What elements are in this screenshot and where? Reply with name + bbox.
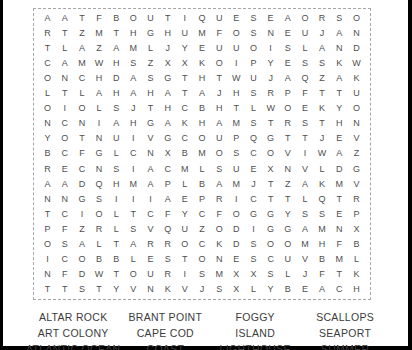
grid-cell: A (159, 116, 176, 131)
grid-cell: W (90, 56, 107, 71)
grid-cell: A (314, 282, 331, 297)
grid-cell: O (211, 146, 228, 161)
grid-cell: H (108, 86, 125, 101)
grid-cell: H (125, 116, 142, 131)
grid-cell: S (211, 282, 228, 297)
word-list-item: FOGGY (210, 309, 300, 325)
grid-cell: C (73, 162, 90, 177)
grid-cell: N (142, 146, 159, 161)
grid-cell: G (90, 146, 107, 161)
grid-cell: Q (159, 222, 176, 237)
grid-cell: G (159, 71, 176, 86)
grid-cell: X (159, 56, 176, 71)
grid-cell: S (245, 11, 262, 26)
grid-cell: T (314, 116, 331, 131)
grid-cell: Y (262, 56, 279, 71)
grid-cell: I (296, 146, 313, 161)
grid-cell: T (159, 11, 176, 26)
grid-cell: A (125, 71, 142, 86)
grid-cell: C (56, 116, 73, 131)
grid-cell: A (331, 26, 348, 41)
grid-cell: N (39, 116, 56, 131)
frame-edge-right (408, 0, 412, 350)
grid-cell: U (211, 11, 228, 26)
grid-cell: Z (279, 177, 296, 192)
grid-cell: B (193, 101, 210, 116)
grid-cell: Z (142, 56, 159, 71)
grid-cell: T (73, 131, 90, 146)
grid-cell: M (73, 56, 90, 71)
grid-cell: O (193, 252, 210, 267)
grid-cell: T (39, 207, 56, 222)
grid-cell: U (142, 11, 159, 26)
grid-cell: T (176, 252, 193, 267)
grid-cell: A (56, 56, 73, 71)
grid-cell: C (245, 192, 262, 207)
grid-cell: S (262, 267, 279, 282)
grid-cell: X (245, 267, 262, 282)
grid-cell: N (39, 267, 56, 282)
grid-cell: J (125, 101, 142, 116)
grid-cell: M (331, 252, 348, 267)
grid-cell: A (211, 177, 228, 192)
grid-cell: M (193, 146, 210, 161)
grid-cell: N (262, 26, 279, 41)
grid-cell: S (228, 146, 245, 161)
grid-cell: M (228, 177, 245, 192)
grid-cell: T (108, 26, 125, 41)
grid-cell: Y (331, 101, 348, 116)
grid-cell: D (331, 162, 348, 177)
grid-cell: G (159, 131, 176, 146)
word-list-item: LIGHTHOUSE (210, 341, 300, 350)
grid-cell: S (125, 56, 142, 71)
grid-cell: I (90, 116, 107, 131)
grid-cell: T (279, 192, 296, 207)
grid-cell: A (159, 86, 176, 101)
grid-cell: N (348, 26, 365, 41)
grid-cell: O (348, 101, 365, 116)
grid-cell: O (39, 71, 56, 86)
grid-cell: K (159, 282, 176, 297)
grid-cell: F (331, 237, 348, 252)
word-list-column: SCALLOPSSEAPORTSUMMER (300, 309, 390, 350)
grid-cell: Q (245, 131, 262, 146)
grid-cell: C (193, 207, 210, 222)
grid-cell: O (228, 207, 245, 222)
word-list-column: ALTAR ROCKART COLONYATLANTIC OCEAN (26, 309, 120, 350)
grid-cell: S (73, 282, 90, 297)
grid-cell: W (90, 267, 107, 282)
grid-cell: S (245, 26, 262, 41)
grid-cell: T (331, 267, 348, 282)
grid-cell: F (211, 207, 228, 222)
grid-cell: X (262, 162, 279, 177)
grid-cell: O (262, 237, 279, 252)
grid-cell: D (228, 237, 245, 252)
grid-cell: S (245, 116, 262, 131)
grid-cell: O (279, 237, 296, 252)
grid-cell: E (331, 131, 348, 146)
grid-cell: X (348, 222, 365, 237)
grid-cell: A (142, 162, 159, 177)
grid-cell: U (279, 252, 296, 267)
grid-cell: E (176, 192, 193, 207)
grid-cell: A (193, 86, 210, 101)
grid-cell: F (159, 207, 176, 222)
grid-cell: T (39, 41, 56, 56)
grid-cell: O (193, 131, 210, 146)
grid-cell: Z (73, 222, 90, 237)
grid-cell: I (39, 252, 56, 267)
grid-cell: G (262, 207, 279, 222)
grid-cell: T (314, 86, 331, 101)
grid-cell: R (142, 237, 159, 252)
grid-cell: A (279, 71, 296, 86)
grid-cell: K (176, 116, 193, 131)
grid-cell: M (125, 177, 142, 192)
grid-cell: V (142, 222, 159, 237)
grid-cell: L (176, 177, 193, 192)
grid-cell: T (108, 267, 125, 282)
grid-cell: R (39, 162, 56, 177)
grid-cell: H (331, 116, 348, 131)
grid-cell: G (73, 192, 90, 207)
grid-cell: T (73, 11, 90, 26)
grid-cell: U (108, 131, 125, 146)
grid-cell: H (159, 101, 176, 116)
grid-cell: O (296, 11, 313, 26)
grid-cell: O (39, 237, 56, 252)
grid-cell: L (39, 86, 56, 101)
grid-cell: S (279, 41, 296, 56)
grid-cell: J (193, 282, 210, 297)
word-list-column: BRANT POINTCAPE CODCOAST (120, 309, 210, 350)
grid-cell: S (245, 86, 262, 101)
grid-cell: V (348, 177, 365, 192)
grid-cell: U (142, 267, 159, 282)
grid-cell: A (331, 71, 348, 86)
grid-cell: L (314, 162, 331, 177)
grid-cell: P (159, 177, 176, 192)
grid-cell: H (90, 71, 107, 86)
grid-cell: A (331, 146, 348, 161)
grid-cell: A (314, 41, 331, 56)
grid-cell: T (331, 86, 348, 101)
word-search-grid: AATFBOUTIQUESEAORSORTZMTHGHUMFOSNEUJANTL… (33, 8, 371, 300)
grid-cell: N (331, 222, 348, 237)
grid-cell: O (125, 267, 142, 282)
grid-cell: D (73, 177, 90, 192)
grid-cell: A (108, 41, 125, 56)
grid-cell: M (176, 162, 193, 177)
grid-cell: P (279, 86, 296, 101)
word-list-item: ART COLONY (26, 325, 120, 341)
grid-cell: A (90, 86, 107, 101)
grid-cell: A (125, 86, 142, 101)
grid-cell: C (125, 146, 142, 161)
grid-cell: H (142, 86, 159, 101)
grid-cell: O (279, 101, 296, 116)
grid-cell: E (331, 207, 348, 222)
grid-cell: K (193, 56, 210, 71)
grid-cell: N (73, 116, 90, 131)
grid-cell: L (193, 162, 210, 177)
grid-cell: S (245, 252, 262, 267)
grid-cell: F (296, 86, 313, 101)
grid-cell: V (142, 131, 159, 146)
grid-cell: J (296, 267, 313, 282)
grid-cell: M (331, 177, 348, 192)
grid-cell: R (159, 267, 176, 282)
grid-cell: H (125, 26, 142, 41)
grid-cell: T (211, 71, 228, 86)
grid-cell: I (176, 11, 193, 26)
grid-cell: A (142, 177, 159, 192)
grid-cell: H (108, 177, 125, 192)
grid-cell: C (331, 282, 348, 297)
grid-cell: S (296, 116, 313, 131)
grid-cell: L (142, 41, 159, 56)
grid-cell: Z (314, 71, 331, 86)
grid-cell: C (245, 146, 262, 161)
grid-cell: E (193, 41, 210, 56)
grid-cell: B (279, 282, 296, 297)
grid-cell: V (296, 252, 313, 267)
grid-cell: O (348, 11, 365, 26)
grid-cell: R (262, 86, 279, 101)
grid-cell: U (176, 26, 193, 41)
grid-cell: O (73, 252, 90, 267)
grid-cell: T (279, 131, 296, 146)
grid-cell: T (296, 131, 313, 146)
grid-cell: J (159, 41, 176, 56)
grid-cell: C (262, 252, 279, 267)
word-list-item: SCALLOPS (300, 309, 390, 325)
grid-cell: Q (90, 177, 107, 192)
grid-cell: S (314, 56, 331, 71)
grid-cell: C (193, 237, 210, 252)
grid-cell: T (125, 207, 142, 222)
grid-cell: S (314, 207, 331, 222)
grid-cell: F (211, 26, 228, 41)
grid-cell: Y (176, 41, 193, 56)
grid-cell: Z (90, 41, 107, 56)
grid-cell: Z (73, 26, 90, 41)
grid-cell: M (211, 267, 228, 282)
grid-cell: L (73, 86, 90, 101)
grid-cell: U (228, 162, 245, 177)
grid-cell: N (56, 71, 73, 86)
grid-cell: T (39, 282, 56, 297)
grid-cell: U (296, 26, 313, 41)
word-search-page: AATFBOUTIQUESEAORSORTZMTHGHUMFOSNEUJANTL… (0, 0, 412, 350)
grid-cell: C (176, 101, 193, 116)
grid-cell: E (279, 56, 296, 71)
grid-cell: A (56, 11, 73, 26)
grid-cell: F (90, 11, 107, 26)
grid-cell: I (56, 101, 73, 116)
grid-cell: R (90, 222, 107, 237)
grid-cell: N (90, 162, 107, 177)
grid-cell: P (348, 207, 365, 222)
grid-cell: D (73, 267, 90, 282)
grid-cell: J (245, 177, 262, 192)
grid-cell: Y (176, 207, 193, 222)
word-list-item: ATLANTIC OCEAN (26, 341, 120, 350)
grid-cell: I (125, 192, 142, 207)
grid-cell: M (193, 26, 210, 41)
grid-cell: L (279, 267, 296, 282)
grid-cell: A (296, 222, 313, 237)
grid-cell: P (193, 192, 210, 207)
grid-cell: D (228, 222, 245, 237)
grid-cell: N (56, 192, 73, 207)
word-list-item: ISLAND (210, 325, 300, 341)
grid-cell: I (73, 207, 90, 222)
grid-cell: L (296, 192, 313, 207)
grid-cell: E (262, 11, 279, 26)
grid-cell: X (228, 282, 245, 297)
grid-cell: L (245, 282, 262, 297)
grid-cell: Y (39, 131, 56, 146)
grid-cell: L (90, 237, 107, 252)
grid-cell: U (245, 71, 262, 86)
grid-cell: E (279, 26, 296, 41)
grid-cell: M (125, 41, 142, 56)
grid-cell: M (314, 222, 331, 237)
grid-cell: V (279, 146, 296, 161)
grid-cell: M (296, 237, 313, 252)
grid-cell: C (56, 207, 73, 222)
grid-cell: S (159, 252, 176, 267)
grid-cell: N (279, 162, 296, 177)
grid-cell: O (262, 146, 279, 161)
grid-cell: G (262, 222, 279, 237)
grid-cell: H (193, 116, 210, 131)
grid-cell: R (159, 237, 176, 252)
grid-cell: T (90, 282, 107, 297)
grid-cell: T (56, 26, 73, 41)
grid-cell: K (211, 237, 228, 252)
grid-cell: N (90, 131, 107, 146)
grid-cell: J (314, 131, 331, 146)
grid-cell: T (142, 101, 159, 116)
grid-cell: S (245, 237, 262, 252)
grid-cell: B (90, 252, 107, 267)
grid-cell: V (348, 131, 365, 146)
grid-cell: S (90, 192, 107, 207)
grid-cell: Q (314, 192, 331, 207)
grid-cell: T (56, 282, 73, 297)
grid-cell: E (56, 162, 73, 177)
grid-cell: M (228, 116, 245, 131)
grid-cell: E (228, 252, 245, 267)
grid-cell: E (296, 282, 313, 297)
grid-cell: N (331, 41, 348, 56)
grid-cell: C (56, 252, 73, 267)
grid-cell: E (228, 11, 245, 26)
grid-cell: K (348, 71, 365, 86)
grid-cell: L (90, 101, 107, 116)
grid-cell: Z (193, 222, 210, 237)
grid-cell: A (125, 237, 142, 252)
grid-cell: P (39, 222, 56, 237)
grid-cell: X (228, 267, 245, 282)
grid-cell: Y (108, 282, 125, 297)
grid-cell: I (228, 192, 245, 207)
grid-cell: P (228, 131, 245, 146)
grid-cell: F (56, 222, 73, 237)
grid-cell: E (296, 101, 313, 116)
grid-cell: I (245, 222, 262, 237)
grid-cell: B (176, 146, 193, 161)
grid-cell: B (108, 252, 125, 267)
grid-cell: L (296, 41, 313, 56)
grid-cell: E (245, 162, 262, 177)
grid-cell: T (176, 71, 193, 86)
grid-cell: T (228, 101, 245, 116)
grid-cell: Y (279, 207, 296, 222)
grid-cell: H (314, 237, 331, 252)
grid-cell: S (296, 56, 313, 71)
grid-cell: J (262, 71, 279, 86)
grid-cell: K (331, 56, 348, 71)
grid-cell: O (211, 222, 228, 237)
grid-cell: G (142, 116, 159, 131)
grid-cell: E (142, 252, 159, 267)
grid-cell: Q (296, 71, 313, 86)
grid-cell: C (159, 162, 176, 177)
grid-cell: C (39, 56, 56, 71)
grid-cell: Q (193, 11, 210, 26)
grid-cell: A (39, 11, 56, 26)
grid-cell: D (348, 41, 365, 56)
grid-cell: C (176, 131, 193, 146)
grid-cell: S (108, 162, 125, 177)
word-list-item: SUMMER (300, 341, 390, 350)
grid-cell: W (228, 71, 245, 86)
grid-cell: B (314, 252, 331, 267)
grid-cell: T (331, 192, 348, 207)
grid-cell: U (211, 41, 228, 56)
grid-cell: O (73, 101, 90, 116)
grid-cell: N (348, 116, 365, 131)
grid-cell: A (279, 11, 296, 26)
grid-cell: F (56, 267, 73, 282)
grid-cell: W (348, 56, 365, 71)
word-list-column: FOGGYISLANDLIGHTHOUSE (210, 309, 300, 350)
grid-cell: B (348, 237, 365, 252)
grid-cell: K (348, 267, 365, 282)
grid-cell: A (39, 177, 56, 192)
grid-cell: B (193, 177, 210, 192)
grid-cell: O (228, 26, 245, 41)
grid-cell: O (56, 131, 73, 146)
grid-cell: S (296, 207, 313, 222)
grid-cell: N (211, 252, 228, 267)
grid-cell: T (262, 177, 279, 192)
grid-cell: I (142, 192, 159, 207)
grid-cell: J (314, 26, 331, 41)
grid-cell: H (193, 71, 210, 86)
grid-cell: A (211, 116, 228, 131)
grid-cell: A (73, 41, 90, 56)
grid-cell: X (176, 56, 193, 71)
grid-cell: I (125, 162, 142, 177)
grid-cell: H (228, 86, 245, 101)
grid-cell: P (245, 56, 262, 71)
